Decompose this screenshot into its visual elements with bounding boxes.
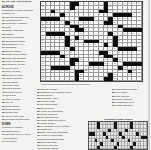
cell-number: 83 (65, 47, 67, 49)
cell-number: 47 (65, 24, 67, 26)
solution-letter-mark: ▪ (136, 126, 137, 128)
solution-letter-mark: ▪ (120, 122, 121, 124)
solution-letter-mark: ▪ (125, 142, 126, 144)
cell-number: 113 (94, 66, 97, 68)
solution-letter-mark: ▪ (123, 126, 124, 128)
solution-letter-mark: ▪ (131, 136, 132, 138)
solution-letter-mark: ▪ (128, 129, 129, 131)
cell-number: 66 (56, 36, 58, 38)
cell-number: 111 (70, 66, 73, 68)
cell-number: 117 (137, 66, 140, 68)
solution-letter-mark: ▪ (98, 136, 99, 138)
down-clue-list-2: 19Take the plunge20Nightclub of a Manilo… (37, 88, 81, 150)
solution-letter-mark: ▪ (98, 142, 99, 144)
solution-letter-mark: ▪ (145, 129, 146, 131)
cell-number: 129 (128, 73, 131, 75)
solution-letter-mark: ▪ (123, 129, 124, 131)
solution-letter-mark: ▪ (139, 146, 140, 148)
solution-letter-mark: ▪ (114, 132, 115, 134)
solution-letter-mark: ▪ (112, 132, 113, 134)
solution-letter-mark: ▪ (134, 146, 135, 148)
cell-number: 127 (80, 73, 83, 75)
solution-letter-mark: ▪ (114, 136, 115, 138)
down-clue-list-3: 51Manufacturer's code52Holy image53Wise … (112, 88, 149, 108)
solution-letter-mark: ▪ (114, 139, 115, 141)
cell-number: 52 (41, 28, 43, 30)
solution-letter-mark: ▪ (136, 139, 137, 141)
cell-number: 77 (70, 43, 72, 45)
solution-letter-mark: ▪ (120, 126, 121, 128)
cell-number: 114 (99, 66, 102, 68)
cell-number: 85 (113, 47, 115, 49)
solution-letter-mark: ▪ (103, 126, 104, 128)
solution-letter-mark: ▪ (106, 126, 107, 128)
solution-letter-mark: ▪ (125, 126, 126, 128)
cell-number: 74 (99, 39, 101, 41)
cell-number: 88 (109, 51, 111, 53)
cell-number: 6 (65, 2, 66, 4)
cell-number: 27 (65, 13, 67, 15)
solution-letter-mark: ▪ (139, 126, 140, 128)
cell-number: 112 (89, 66, 92, 68)
solution-letter-mark: ▪ (114, 129, 115, 131)
cell-number: 2 (46, 2, 47, 4)
solution-letter-mark: ▪ (106, 132, 107, 134)
solution-letter-mark: ▪ (92, 129, 93, 131)
white-cell[interactable] (137, 77, 142, 81)
cell-number: 8 (84, 2, 85, 4)
solution-letter-mark: ▪ (120, 136, 121, 138)
cell-number: 86 (60, 51, 62, 53)
solution-letter-mark: ▪ (90, 126, 91, 128)
solution-letter-mark: ▪ (117, 132, 118, 134)
solution-letter-mark: ▪ (134, 132, 135, 134)
cell-number: 67 (60, 36, 62, 38)
cell-number: 92 (133, 51, 135, 53)
right-clue-column: 51Manufacturer's code52Holy image53Wise … (112, 88, 149, 108)
solution-letter-mark: ▪ (117, 136, 118, 138)
cell-number: 35 (123, 17, 125, 19)
cell-number: 7 (80, 2, 81, 4)
solution-letter-mark: ▪ (128, 126, 129, 128)
cell-number: 121 (60, 69, 63, 71)
cell-number: 50 (109, 24, 111, 26)
solution-letter-mark: ▪ (95, 122, 96, 124)
solution-letter-mark: ▪ (123, 132, 124, 134)
solution-letter-mark: ▪ (142, 126, 143, 128)
solution-letter-mark: ▪ (92, 122, 93, 124)
cell-number: 124 (118, 69, 121, 71)
cell-number: 41 (70, 21, 72, 23)
solution-letter-mark: ▪ (117, 139, 118, 141)
cell-number: 30 (133, 13, 135, 15)
solution-letter-mark: ▪ (117, 146, 118, 148)
cell-number: 71 (41, 39, 43, 41)
cell-number: 123 (84, 69, 87, 71)
solution-letter-mark: ▪ (95, 142, 96, 144)
solution-letter-mark: ▪ (139, 139, 140, 141)
solution-letter-mark: ▪ (92, 139, 93, 141)
cell-number: 1 (41, 2, 42, 4)
solution-letter-mark: ▪ (134, 122, 135, 124)
cell-number: 31 (60, 17, 62, 19)
cell-number: 36 (128, 17, 130, 19)
solution-letter-mark: ▪ (103, 136, 104, 138)
cell-number: 65 (51, 36, 53, 38)
cell-number: 61 (133, 32, 135, 34)
solution-letter-mark: ▪ (125, 122, 126, 124)
cell-number: 4 (56, 2, 57, 4)
cell-number: 116 (133, 66, 136, 68)
cell-number: 54 (84, 28, 86, 30)
cell-number: 56 (65, 32, 67, 34)
cell-number: 13 (113, 2, 115, 4)
solution-letter-mark: ▪ (106, 129, 107, 131)
cell-number: 130 (41, 77, 44, 79)
cell-number: 102 (80, 58, 83, 60)
cell-number: 84 (75, 47, 77, 49)
cell-number: 122 (65, 69, 68, 71)
solution-letter-mark: ▪ (109, 146, 110, 148)
solution-letter-mark: ▪ (95, 129, 96, 131)
solution-letter-mark: ▪ (142, 139, 143, 141)
cell-number: 53 (70, 28, 72, 30)
solution-letter-mark: ▪ (123, 142, 124, 144)
cell-number: 39 (51, 21, 53, 23)
cell-number: 9 (89, 2, 90, 4)
solution-letter-mark: ▪ (98, 129, 99, 131)
cell-number: 17 (133, 2, 135, 4)
solution-letter-mark: ▪ (131, 142, 132, 144)
solution-letter-mark: ▪ (120, 129, 121, 131)
cell-number: 11 (99, 2, 101, 4)
cell-number: 132 (113, 77, 116, 79)
solution-letter-mark: ▪ (128, 142, 129, 144)
clue-text: Crossing guard's garb (5, 118, 29, 121)
solution-letter-mark: ▪ (114, 142, 115, 144)
solution-letter-mark: ▪ (131, 139, 132, 141)
cell-number: 64 (46, 36, 48, 38)
cell-number: 10 (94, 2, 96, 4)
solution-letter-mark: ▪ (120, 142, 121, 144)
solution-letter-mark: ▪ (112, 142, 113, 144)
copyright-line: © 2005 Universal Press Syndicate www.upu… (40, 83, 112, 85)
cell-number: 55 (118, 28, 120, 30)
solution-letter-mark: ▪ (131, 132, 132, 134)
solution-letter-mark: ▪ (101, 132, 102, 134)
solution-letter-mark: ▪ (136, 129, 137, 131)
cell-number: 106 (41, 62, 44, 64)
cell-number: 128 (113, 73, 116, 75)
cell-number: 60 (128, 32, 130, 34)
down-clue-list-1: 1There's a crowd?2Famous cookie3Word wit… (2, 126, 37, 143)
crossword-page: By J.D. Irby | Street Rules ACROSS 1Cont… (0, 0, 150, 150)
solution-letter-mark: ▪ (145, 142, 146, 144)
cell-number: 19 (41, 5, 43, 7)
cell-number: 28 (99, 13, 101, 15)
cell-number: 97 (65, 54, 67, 56)
crossword-grid: 1234567891011121314151617181920212223242… (40, 1, 143, 82)
cell-number: 131 (80, 77, 83, 79)
solution-letter-mark: ▪ (95, 146, 96, 148)
solution-letter-mark: ▪ (134, 126, 135, 128)
solution-letter-mark: ▪ (103, 129, 104, 131)
cell-number: 76 (41, 43, 43, 45)
cell-number: 22 (41, 9, 43, 11)
cell-number: 87 (70, 51, 72, 53)
solution-letter-mark: ▪ (109, 122, 110, 124)
cell-number: 12 (109, 2, 111, 4)
solution-letter-mark: ▪ (98, 132, 99, 134)
clue-item: 57Judge's farewell (112, 104, 149, 107)
cell-number: 103 (104, 58, 107, 60)
cell-number: 51 (123, 24, 125, 26)
cell-number: 89 (118, 51, 120, 53)
cell-number: 110 (41, 66, 44, 68)
solution-letter-mark: ▪ (120, 139, 121, 141)
solution-letter-mark: ▪ (106, 122, 107, 124)
solution-letter-mark: ▪ (125, 136, 126, 138)
solution-letter-mark: ▪ (92, 146, 93, 148)
solution-letter-mark: ▪ (125, 139, 126, 141)
cell-number: 42 (80, 21, 82, 23)
cell-number: 94 (46, 54, 48, 56)
cell-number: 70 (118, 36, 120, 38)
cell-number: 80 (94, 43, 96, 45)
cell-number: 125 (133, 69, 136, 71)
solution-letter-mark: ▪ (139, 122, 140, 124)
cell-number: 48 (80, 24, 82, 26)
solution-letter-mark: ▪ (95, 132, 96, 134)
solution-letter-mark: ▪ (101, 129, 102, 131)
cell-number: 98 (99, 54, 101, 56)
solution-letter-mark: ▪ (101, 136, 102, 138)
cell-number: 3 (51, 2, 52, 4)
solution-letter-mark: ▪ (139, 136, 140, 138)
solution-letter-mark: ▪ (142, 142, 143, 144)
cell-number: 5 (60, 2, 61, 4)
cell-number: 119 (51, 69, 54, 71)
solution-letter-mark: ▪ (136, 142, 137, 144)
cell-number: 91 (128, 51, 130, 53)
solution-letter-mark: ▪ (142, 132, 143, 134)
clue-item: 59Crossing guard's garb (2, 118, 37, 121)
solution-letter-mark: ▪ (112, 129, 113, 131)
cell-number: 81 (118, 43, 120, 45)
solution-letter-mark: ▪ (139, 132, 140, 134)
across-clue-list: 1Contents of some spinners6Kind of lip10… (2, 9, 37, 122)
cell-number: 107 (75, 62, 78, 64)
solution-letter-mark: ▪ (101, 139, 102, 141)
cell-number: 32 (94, 17, 96, 19)
solution-letter-mark: ▪ (109, 126, 110, 128)
solution-letter-mark: ▪ (136, 146, 137, 148)
solution-letter-mark: ▪ (106, 142, 107, 144)
cell-number: 109 (113, 62, 116, 64)
solution-letter-mark: ▪ (103, 142, 104, 144)
solution-letter-mark: ▪ (109, 139, 110, 141)
clue-text: Fishhook feature (40, 147, 58, 150)
cell-number: 73 (75, 39, 77, 41)
cell-number: 23 (56, 9, 58, 11)
solution-letter-mark: ▪ (142, 146, 143, 148)
cell-number: 78 (84, 43, 86, 45)
solution-letter-mark: ▪ (90, 136, 91, 138)
cell-number: 115 (123, 66, 126, 68)
solution-letter-mark: ▪ (145, 126, 146, 128)
solution-letter-mark: ▪ (128, 122, 129, 124)
solution-letter-mark: ▪ (92, 126, 93, 128)
solution-letter-mark: ▪ (106, 139, 107, 141)
solution-letter-mark: ▪ (131, 129, 132, 131)
solution-letter-mark: ▪ (112, 122, 113, 124)
solution-letter-mark: ▪ (103, 146, 104, 148)
solution-letter-mark: ▪ (125, 146, 126, 148)
solution-letter-mark: ▪ (139, 142, 140, 144)
cell-number: 43 (84, 21, 86, 23)
solution-letter-mark: ▪ (95, 126, 96, 128)
solution-letter-mark: ▪ (103, 122, 104, 124)
solution-letter-mark: ▪ (120, 146, 121, 148)
solution-letter-mark: ▪ (109, 142, 110, 144)
solution-letter-mark: ▪ (90, 142, 91, 144)
solution-letter-mark: ▪ (101, 146, 102, 148)
solution-letter-mark: ▪ (128, 132, 129, 134)
solution-letter-mark: ▪ (90, 122, 91, 124)
cell-number: 33 (113, 17, 115, 19)
cell-number: 38 (46, 21, 48, 23)
cell-number: 20 (75, 5, 77, 7)
solution-letter-mark: ▪ (134, 129, 135, 131)
solution-letter-mark: ▪ (145, 132, 146, 134)
solution-letter-mark: ▪ (125, 132, 126, 134)
cell-number: 101 (60, 58, 63, 60)
cell-number: 21 (109, 5, 111, 7)
cell-number: 100 (41, 58, 44, 60)
solution-letter-mark: ▪ (109, 136, 110, 138)
cell-number: 25 (109, 9, 111, 11)
cell-number: 58 (113, 32, 115, 34)
solution-letter-mark: ▪ (145, 139, 146, 141)
yesterday-solution-box: Yesterday's Puzzle Solved ▪▪▪▪▪▪▪▪▪▪▪▪▪▪… (88, 118, 148, 150)
cell-number: 126 (41, 73, 44, 75)
cell-number: 105 (118, 58, 121, 60)
page-edge-shadow (148, 0, 151, 150)
solution-letter-mark: ▪ (128, 136, 129, 138)
cell-number: 68 (80, 36, 82, 38)
cell-number: 120 (56, 69, 59, 71)
solution-grid: ▪▪▪▪▪▪▪▪▪▪▪▪▪▪▪▪▪▪▪▪▪▪▪▪▪▪▪▪▪▪▪▪▪▪▪▪▪▪▪▪… (88, 121, 148, 150)
cell-number: 99 (113, 54, 115, 56)
cell-number: 16 (128, 2, 130, 4)
cell-number: 90 (123, 51, 125, 53)
cell-number: 14 (118, 2, 120, 4)
cell-number: 72 (70, 39, 72, 41)
cell-number: 75 (118, 39, 120, 41)
clue-item: 41Fishhook feature (37, 147, 81, 150)
cell-number: 44 (89, 21, 91, 23)
cell-number: 57 (80, 32, 82, 34)
solution-letter-mark: ▪ (90, 146, 91, 148)
solution-letter-mark: ▪ (95, 136, 96, 138)
cell-number: 29 (104, 13, 106, 15)
solution-letter-mark: ▪ (145, 146, 146, 148)
solution-letter-mark: ▪ (117, 126, 118, 128)
solution-letter-mark: ▪ (142, 122, 143, 124)
cell-number: 79 (89, 43, 91, 45)
cell-number: 63 (41, 36, 43, 38)
cell-number: 46 (41, 24, 43, 26)
cell-number: 69 (109, 36, 111, 38)
solution-letter-mark: ▪ (123, 146, 124, 148)
solution-letter-mark: ▪ (112, 146, 113, 148)
cell-number: 24 (70, 9, 72, 11)
solution-letter-mark: ▪ (90, 129, 91, 131)
clue-item: 5"It's a deal!" (2, 140, 37, 143)
solution-letter-mark: ▪ (136, 122, 137, 124)
solution-letter-mark: ▪ (92, 136, 93, 138)
solution-letter-mark: ▪ (145, 122, 146, 124)
cell-number: 93 (41, 54, 43, 56)
left-clue-column: By J.D. Irby | Street Rules ACROSS 1Cont… (2, 1, 37, 144)
solution-letter-mark: ▪ (134, 136, 135, 138)
cell-number: 118 (41, 69, 44, 71)
cell-number: 96 (56, 54, 58, 56)
cell-number: 108 (104, 62, 107, 64)
solution-letter-mark: ▪ (123, 139, 124, 141)
cell-number: 104 (109, 58, 112, 60)
solution-letter-mark: ▪ (112, 126, 113, 128)
solution-letter-mark: ▪ (136, 136, 137, 138)
cell-number: 26 (41, 13, 43, 15)
cell-number: 15 (123, 2, 125, 4)
solution-letter-mark: ▪ (101, 122, 102, 124)
solution-letter-mark: ▪ (103, 139, 104, 141)
middle-clue-column: 19Take the plunge20Nightclub of a Manilo… (37, 88, 81, 150)
cell-number: 62 (137, 32, 139, 34)
solution-letter-mark: ▪ (117, 122, 118, 124)
clue-text: Judge's farewell (115, 104, 132, 107)
byline: By J.D. Irby | Street Rules (2, 1, 37, 4)
cell-number: 59 (123, 32, 125, 34)
cell-number: 37 (41, 21, 43, 23)
clue-text: "It's a deal!" (4, 140, 17, 143)
solution-letter-mark: ▪ (92, 142, 93, 144)
cell-number: 45 (113, 21, 115, 23)
solution-letter-mark: ▪ (109, 132, 110, 134)
solution-letter-mark: ▪ (117, 129, 118, 131)
solution-letter-mark: ▪ (112, 136, 113, 138)
solution-letter-mark: ▪ (98, 139, 99, 141)
cell-number: 40 (56, 21, 58, 23)
solution-letter-mark: ▪ (106, 146, 107, 148)
solution-letter-mark: ▪ (142, 129, 143, 131)
solution-letter-mark: ▪ (128, 146, 129, 148)
solution-letter-mark: ▪ (123, 122, 124, 124)
cell-number: 18 (137, 2, 139, 4)
solution-letter-mark: ▪ (101, 126, 102, 128)
cell-number: 34 (118, 17, 120, 19)
cell-number: 49 (104, 24, 106, 26)
cell-number: 82 (41, 47, 43, 49)
cell-number: 95 (51, 54, 53, 56)
solution-letter-mark: ▪ (90, 139, 91, 141)
solution-letter-mark: ▪ (139, 129, 140, 131)
solution-letter-mark: ▪ (134, 139, 135, 141)
